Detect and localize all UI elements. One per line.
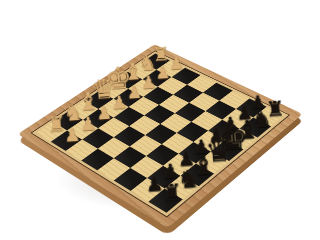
- chess-set-photo: ♜♞♝♛♚♝♞♜♟♟♟♟♟♟♟♟♟♟♟♟♟♟♟♟♜♞♝♛♚♝♞♜: [0, 0, 320, 240]
- chess-board: ♜♞♝♛♚♝♞♜♟♟♟♟♟♟♟♟♟♟♟♟♟♟♟♟♜♞♝♛♚♝♞♜: [18, 44, 303, 228]
- scene-3d: ♜♞♝♛♚♝♞♜♟♟♟♟♟♟♟♟♟♟♟♟♟♟♟♟♜♞♝♛♚♝♞♜: [0, 0, 320, 240]
- black-rook-h8: ♜: [256, 98, 296, 122]
- square-b3: [82, 128, 113, 148]
- board-grid: ♜♞♝♛♚♝♞♜♟♟♟♟♟♟♟♟♟♟♟♟♟♟♟♟♜♞♝♛♚♝♞♜: [36, 53, 284, 212]
- board-pinstripe-border: ♜♞♝♛♚♝♞♜♟♟♟♟♟♟♟♟♟♟♟♟♟♟♟♟♜♞♝♛♚♝♞♜: [30, 51, 290, 218]
- board-frame: ♜♞♝♛♚♝♞♜♟♟♟♟♟♟♟♟♟♟♟♟♟♟♟♟♜♞♝♛♚♝♞♜: [18, 44, 303, 228]
